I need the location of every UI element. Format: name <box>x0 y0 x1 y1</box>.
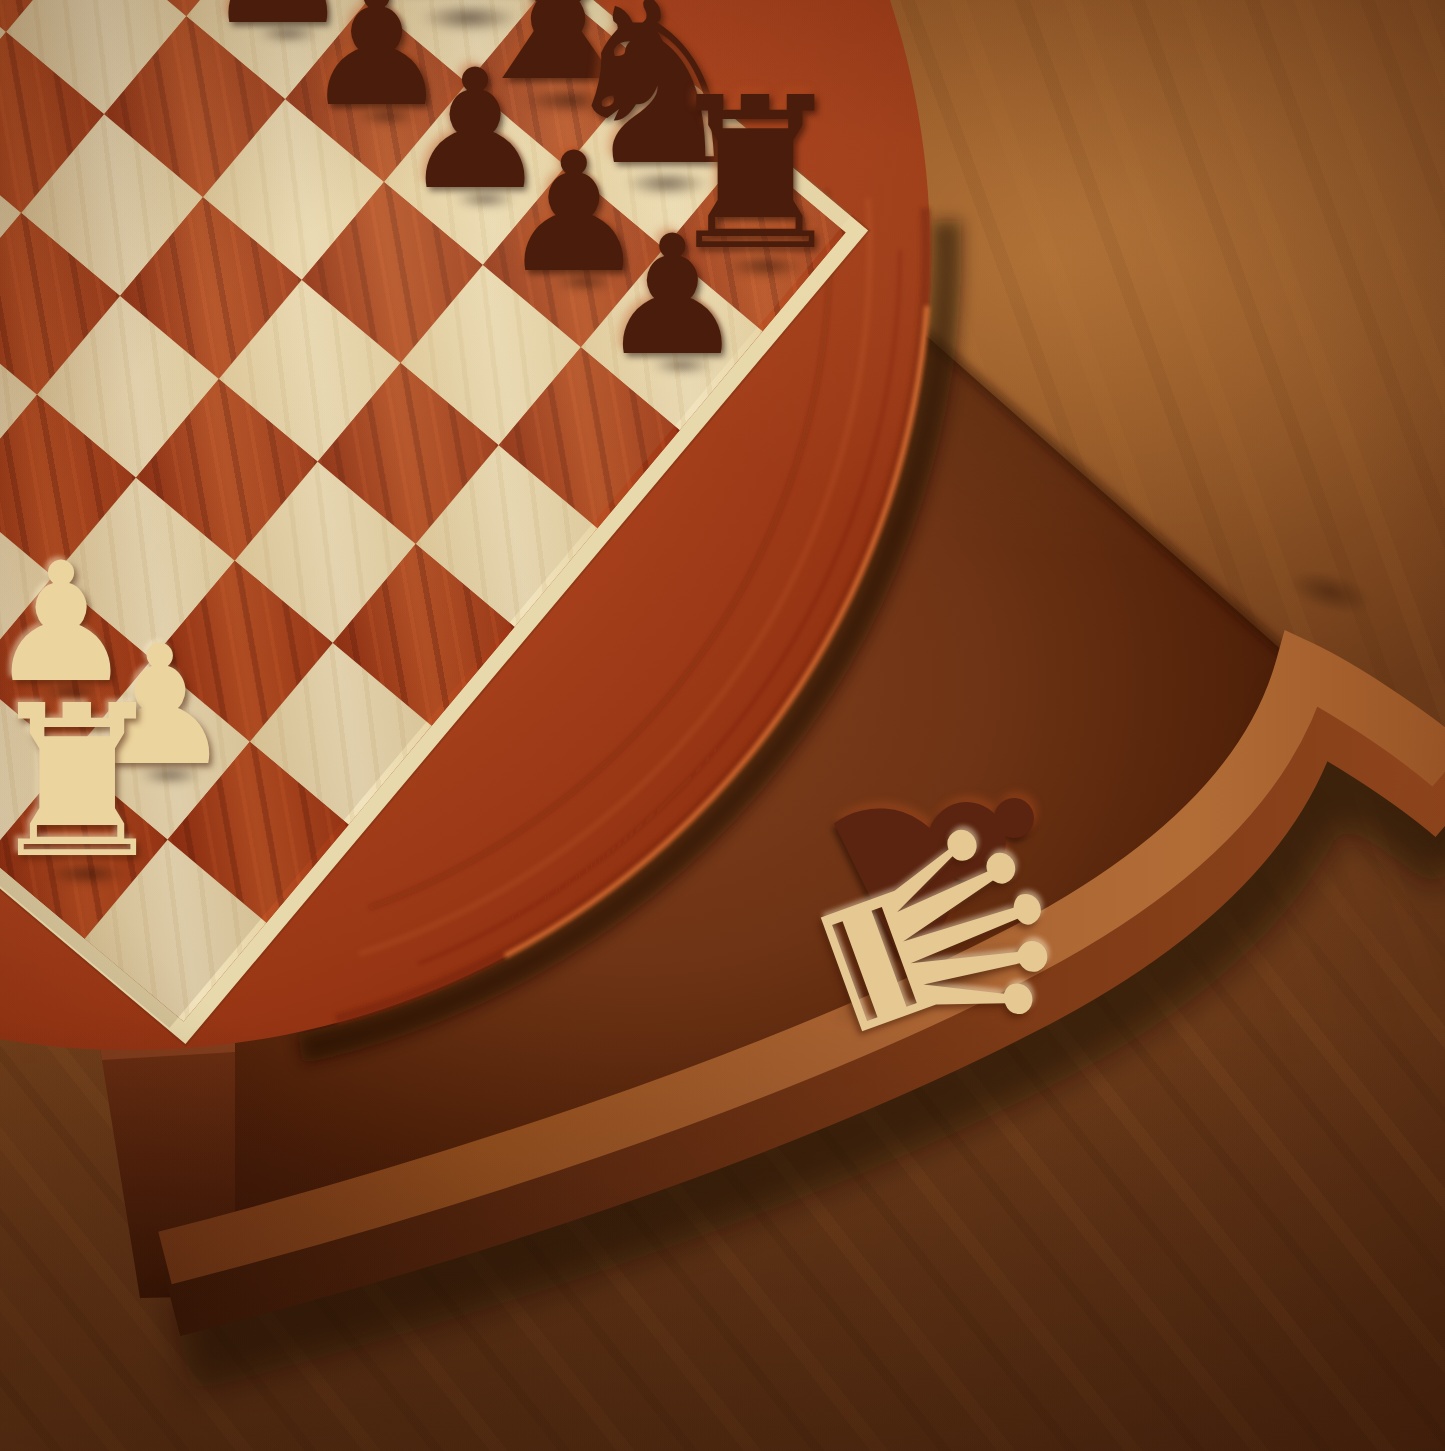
photo-round-chess-set: ♚♝♞♜♟♟♟♟♟♟♟♟♜♟♛ <box>0 0 1445 1451</box>
